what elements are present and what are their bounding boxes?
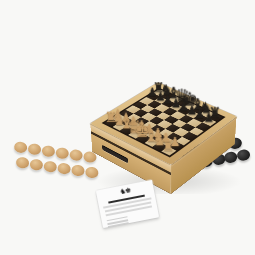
product-photo: ♜♞♝♛♚♝♞♜♟♟♟♟♟♟♟♟♟♟♟♟♟♟♟♟♜♞♝♛♚♝♞♜ ♞♚ xyxy=(0,0,255,255)
wooden-checker-disc xyxy=(55,147,69,160)
black-checker-disc xyxy=(236,149,251,162)
square-h1: ♜ xyxy=(161,146,177,155)
wooden-checker-disc xyxy=(43,160,57,173)
white-rook: ♜ xyxy=(156,138,179,153)
wooden-checker-disc xyxy=(69,149,83,162)
chess-box-scene: ♜♞♝♛♚♝♞♜♟♟♟♟♟♟♟♟♟♟♟♟♟♟♟♟♜♞♝♛♚♝♞♜ xyxy=(112,68,216,172)
square-h7: ♟ xyxy=(202,118,217,126)
black-checker-disc xyxy=(223,151,238,164)
wooden-checker-disc xyxy=(57,162,71,175)
wooden-checker-disc xyxy=(29,158,43,171)
wooden-checker-disc xyxy=(27,143,41,156)
wooden-checker-disc xyxy=(15,156,29,169)
wooden-checker-disc xyxy=(41,145,55,158)
wooden-checker-disc xyxy=(13,141,27,154)
black-pawn: ♟ xyxy=(197,111,219,123)
wooden-checker-disc xyxy=(85,166,99,179)
wooden-checker-disc xyxy=(71,164,85,177)
wooden-box: ♜♞♝♛♚♝♞♜♟♟♟♟♟♟♟♟♟♟♟♟♟♟♟♟♜♞♝♛♚♝♞♜ xyxy=(90,82,237,165)
